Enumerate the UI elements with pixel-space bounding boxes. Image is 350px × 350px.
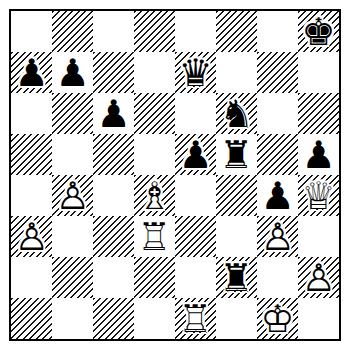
square-g7[interactable] xyxy=(257,52,298,93)
square-c4[interactable] xyxy=(93,175,134,216)
square-b1[interactable] xyxy=(52,298,93,339)
white-pawn-icon: ♟♙ xyxy=(52,175,93,216)
square-h5[interactable]: ♟♟ xyxy=(298,134,339,175)
square-g6[interactable] xyxy=(257,93,298,134)
white-rook-icon: ♜♖ xyxy=(134,216,175,257)
square-a1[interactable] xyxy=(11,298,52,339)
square-h6[interactable] xyxy=(298,93,339,134)
square-h8[interactable]: ♚♚ xyxy=(298,11,339,52)
white-queen-icon: ♛♕ xyxy=(298,175,339,216)
black-pawn-icon: ♟♟ xyxy=(93,93,134,134)
black-queen-icon: ♛♛ xyxy=(175,52,216,93)
square-f4[interactable] xyxy=(216,175,257,216)
square-f1[interactable] xyxy=(216,298,257,339)
square-f8[interactable] xyxy=(216,11,257,52)
black-pawn-icon: ♟♟ xyxy=(298,134,339,175)
square-e4[interactable] xyxy=(175,175,216,216)
square-b8[interactable] xyxy=(52,11,93,52)
square-h2[interactable]: ♟♙ xyxy=(298,257,339,298)
square-h1[interactable] xyxy=(298,298,339,339)
black-pawn-icon: ♟♟ xyxy=(52,52,93,93)
white-pawn-icon: ♟♙ xyxy=(11,216,52,257)
square-e3[interactable] xyxy=(175,216,216,257)
square-c2[interactable] xyxy=(93,257,134,298)
white-pawn-icon: ♟♙ xyxy=(257,216,298,257)
square-d4[interactable]: ♝♗ xyxy=(134,175,175,216)
square-c7[interactable] xyxy=(93,52,134,93)
black-knight-icon: ♞♞ xyxy=(216,93,257,134)
chess-board-frame: ♚♚♟♟♟♟♛♛♟♟♞♞♟♟♜♜♟♟♟♙♝♗♟♟♛♕♟♙♜♖♟♙♜♜♟♙♜♖♚♔ xyxy=(9,9,341,341)
square-e8[interactable] xyxy=(175,11,216,52)
square-a2[interactable] xyxy=(11,257,52,298)
square-d7[interactable] xyxy=(134,52,175,93)
square-c6[interactable]: ♟♟ xyxy=(93,93,134,134)
square-a8[interactable] xyxy=(11,11,52,52)
square-e1[interactable]: ♜♖ xyxy=(175,298,216,339)
square-b5[interactable] xyxy=(52,134,93,175)
square-c8[interactable] xyxy=(93,11,134,52)
square-b3[interactable] xyxy=(52,216,93,257)
square-a7[interactable]: ♟♟ xyxy=(11,52,52,93)
white-bishop-icon: ♝♗ xyxy=(134,175,175,216)
square-d5[interactable] xyxy=(134,134,175,175)
black-pawn-icon: ♟♟ xyxy=(11,52,52,93)
square-b4[interactable]: ♟♙ xyxy=(52,175,93,216)
square-a3[interactable]: ♟♙ xyxy=(11,216,52,257)
black-rook-icon: ♜♜ xyxy=(216,257,257,298)
square-g3[interactable]: ♟♙ xyxy=(257,216,298,257)
square-a4[interactable] xyxy=(11,175,52,216)
square-g1[interactable]: ♚♔ xyxy=(257,298,298,339)
square-d1[interactable] xyxy=(134,298,175,339)
square-g8[interactable] xyxy=(257,11,298,52)
square-g4[interactable]: ♟♟ xyxy=(257,175,298,216)
square-e7[interactable]: ♛♛ xyxy=(175,52,216,93)
square-d6[interactable] xyxy=(134,93,175,134)
square-f7[interactable] xyxy=(216,52,257,93)
square-h7[interactable] xyxy=(298,52,339,93)
square-c1[interactable] xyxy=(93,298,134,339)
square-e6[interactable] xyxy=(175,93,216,134)
square-f2[interactable]: ♜♜ xyxy=(216,257,257,298)
square-e2[interactable] xyxy=(175,257,216,298)
black-pawn-icon: ♟♟ xyxy=(257,175,298,216)
white-rook-icon: ♜♖ xyxy=(175,298,216,339)
square-a6[interactable] xyxy=(11,93,52,134)
square-e5[interactable]: ♟♟ xyxy=(175,134,216,175)
white-pawn-icon: ♟♙ xyxy=(298,257,339,298)
square-c5[interactable] xyxy=(93,134,134,175)
chess-board: ♚♚♟♟♟♟♛♛♟♟♞♞♟♟♜♜♟♟♟♙♝♗♟♟♛♕♟♙♜♖♟♙♜♜♟♙♜♖♚♔ xyxy=(11,11,339,339)
square-d8[interactable] xyxy=(134,11,175,52)
square-a5[interactable] xyxy=(11,134,52,175)
square-c3[interactable] xyxy=(93,216,134,257)
square-d3[interactable]: ♜♖ xyxy=(134,216,175,257)
square-h4[interactable]: ♛♕ xyxy=(298,175,339,216)
square-f6[interactable]: ♞♞ xyxy=(216,93,257,134)
square-d2[interactable] xyxy=(134,257,175,298)
black-pawn-icon: ♟♟ xyxy=(175,134,216,175)
white-king-icon: ♚♔ xyxy=(257,298,298,339)
square-b6[interactable] xyxy=(52,93,93,134)
square-f3[interactable] xyxy=(216,216,257,257)
black-king-icon: ♚♚ xyxy=(298,11,339,52)
square-b2[interactable] xyxy=(52,257,93,298)
square-g2[interactable] xyxy=(257,257,298,298)
square-b7[interactable]: ♟♟ xyxy=(52,52,93,93)
square-f5[interactable]: ♜♜ xyxy=(216,134,257,175)
square-g5[interactable] xyxy=(257,134,298,175)
black-rook-icon: ♜♜ xyxy=(216,134,257,175)
square-h3[interactable] xyxy=(298,216,339,257)
